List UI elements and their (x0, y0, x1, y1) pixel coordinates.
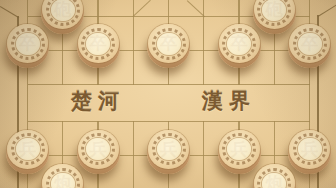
piece-glyph: 兵 (148, 130, 189, 169)
piece-face: 炮 (42, 164, 83, 188)
piece-face: 兵 (219, 130, 260, 169)
piece-face: 兵 (7, 130, 48, 169)
piece-glyph: 炮 (42, 164, 83, 188)
piece-face: 卒 (289, 24, 330, 63)
piece-face: 卒 (219, 24, 260, 63)
piece-face: 卒 (7, 24, 48, 63)
piece-glyph: 兵 (78, 130, 119, 169)
piece-south-cannon[interactable]: 炮 (41, 164, 84, 188)
piece-glyph: 兵 (219, 130, 260, 169)
piece-face: 兵 (148, 130, 189, 169)
piece-face: 炮 (254, 164, 295, 188)
piece-glyph: 兵 (289, 130, 330, 169)
pieces-layer: 砲砲卒卒卒卒卒兵兵兵兵兵炮炮 (0, 0, 336, 188)
piece-glyph: 卒 (219, 24, 260, 63)
piece-face: 卒 (148, 24, 189, 63)
piece-glyph: 炮 (254, 164, 295, 188)
piece-glyph: 卒 (78, 24, 119, 63)
piece-south-cannon[interactable]: 炮 (253, 164, 296, 188)
piece-north-soldier[interactable]: 卒 (288, 24, 331, 68)
piece-north-soldier[interactable]: 卒 (147, 24, 190, 68)
piece-north-soldier[interactable]: 卒 (77, 24, 120, 68)
piece-glyph: 卒 (289, 24, 330, 63)
piece-glyph: 兵 (7, 130, 48, 169)
piece-face: 兵 (78, 130, 119, 169)
piece-glyph: 卒 (148, 24, 189, 63)
piece-face: 卒 (78, 24, 119, 63)
xiangqi-board: 楚河 漢界 砲砲卒卒卒卒卒兵兵兵兵兵炮炮 (0, 0, 336, 188)
piece-face: 兵 (289, 130, 330, 169)
piece-south-soldier[interactable]: 兵 (147, 130, 190, 174)
piece-glyph: 卒 (7, 24, 48, 63)
piece-north-soldier[interactable]: 卒 (6, 24, 49, 68)
piece-north-soldier[interactable]: 卒 (218, 24, 261, 68)
